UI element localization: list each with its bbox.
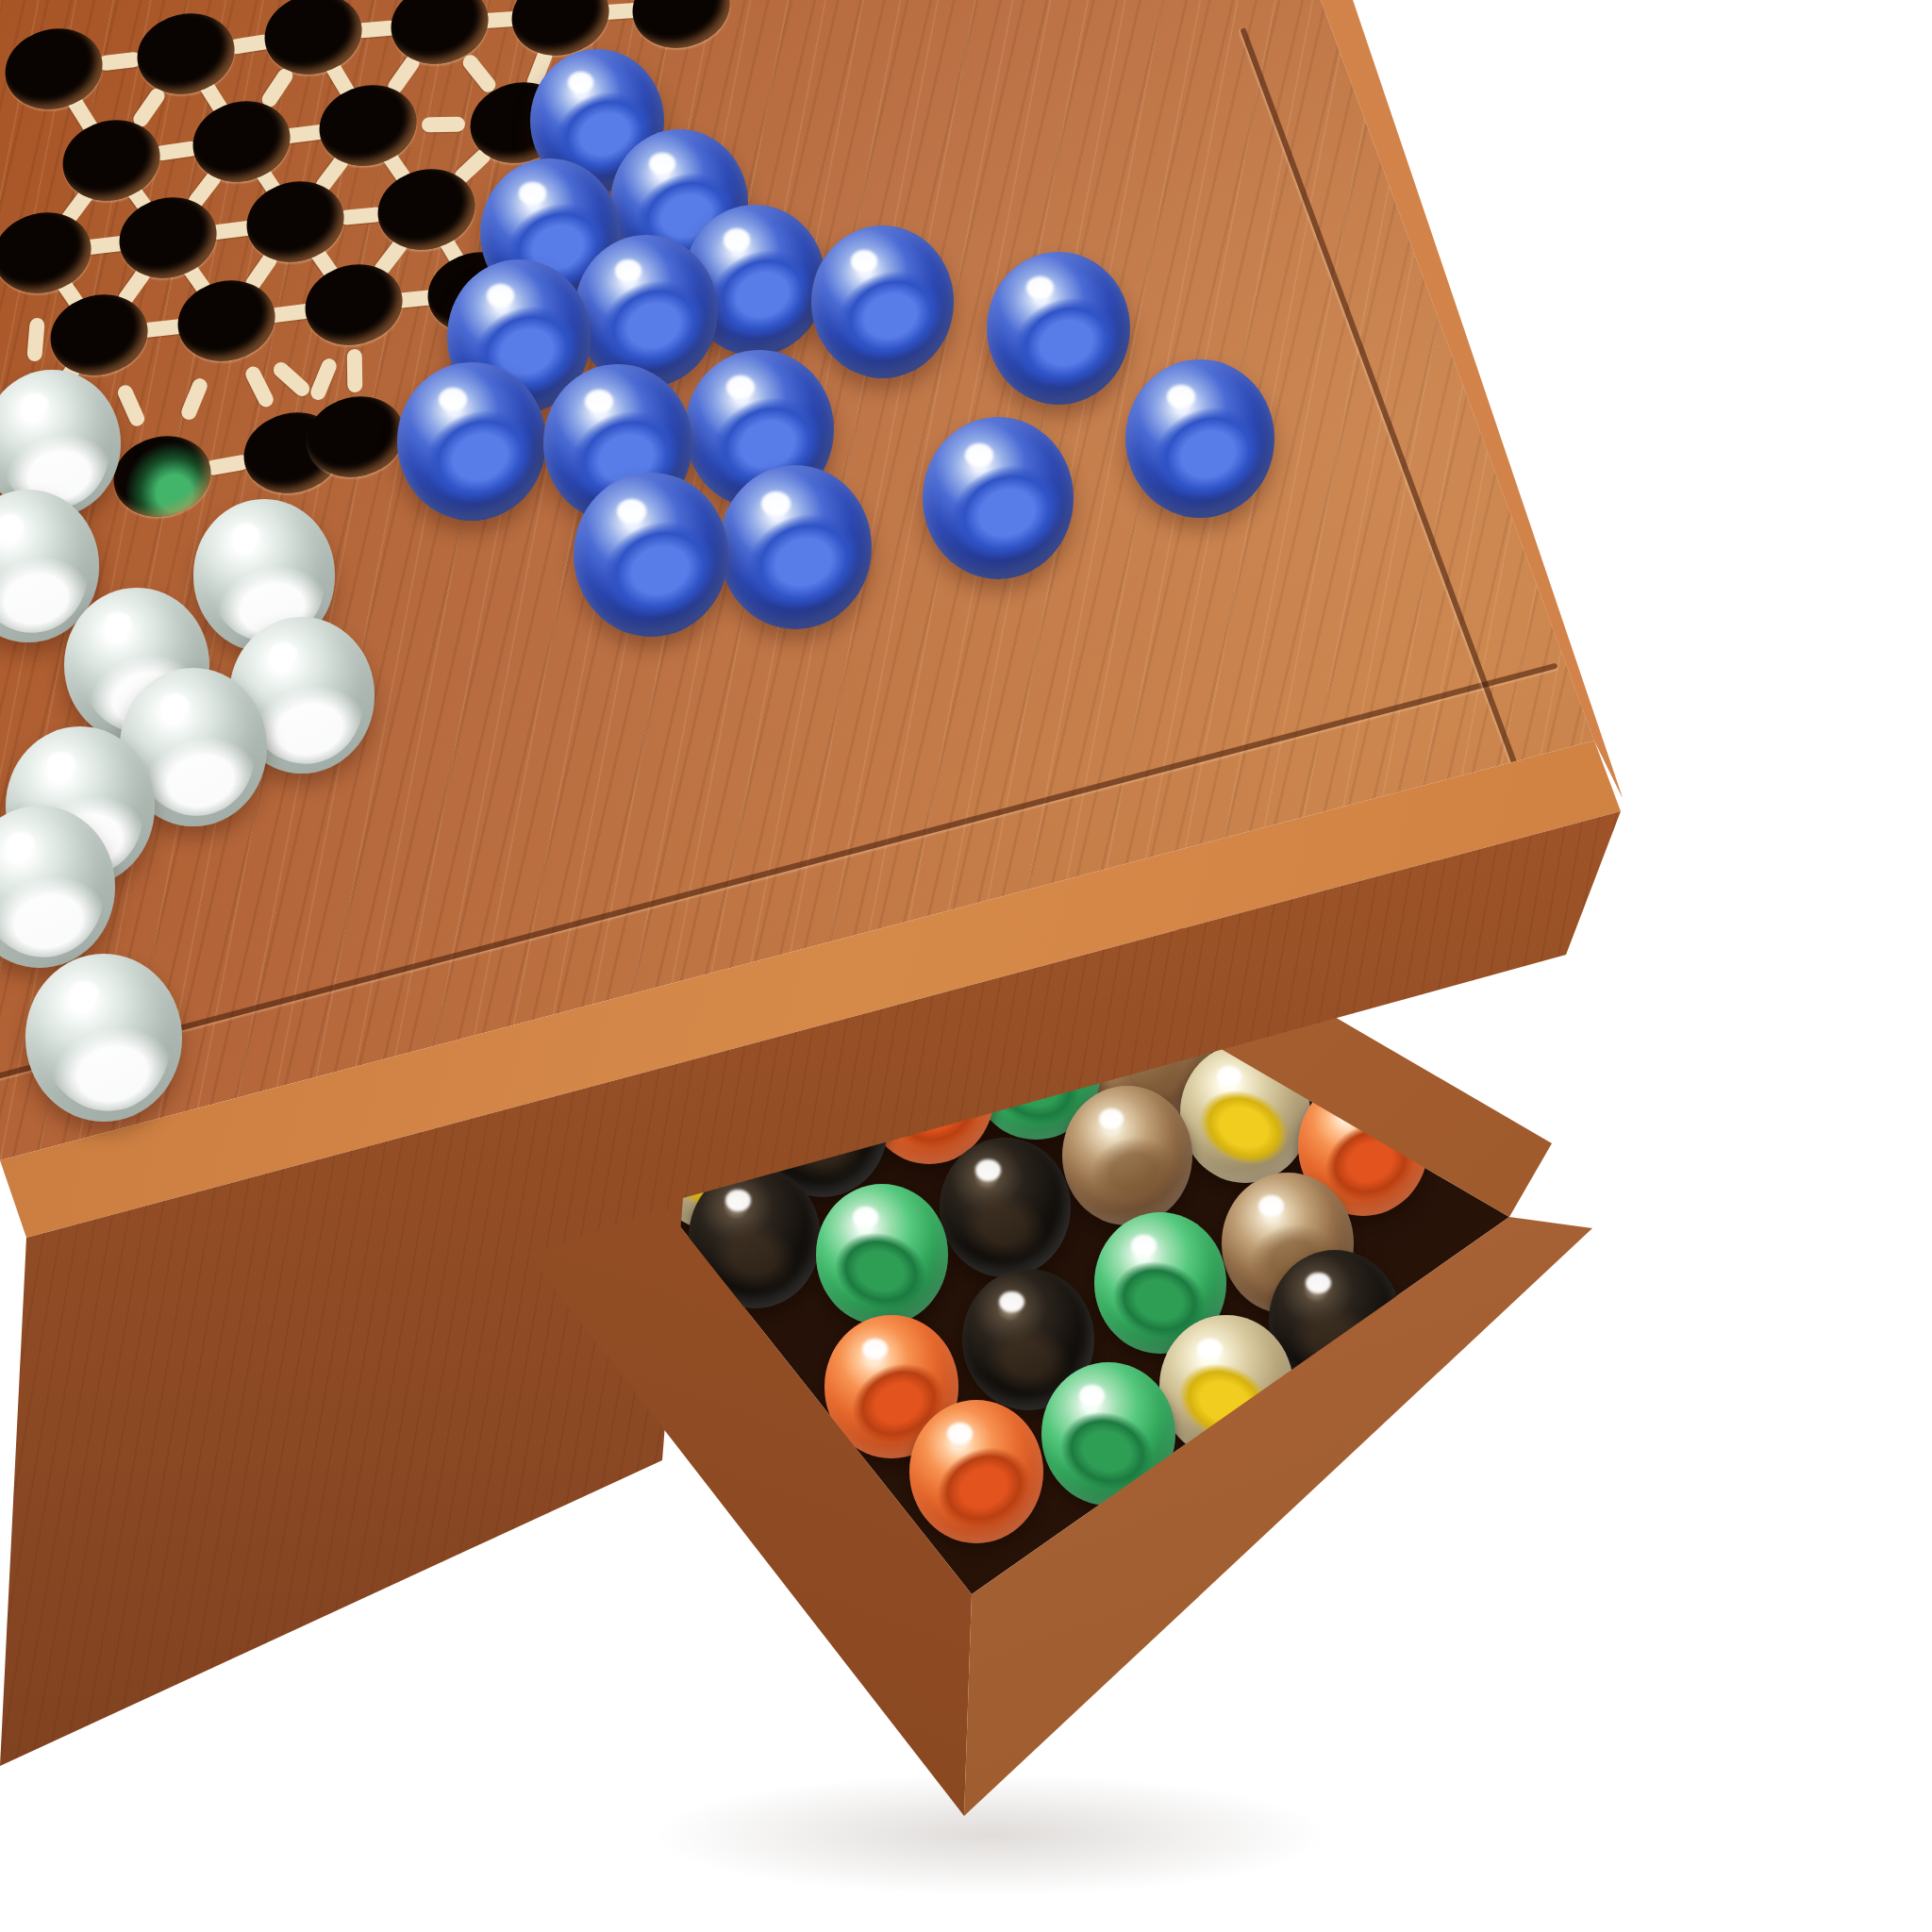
marble-blue[interactable] bbox=[811, 225, 954, 378]
board-marbles bbox=[0, 0, 1932, 1932]
marble-blue[interactable] bbox=[575, 235, 717, 388]
marble-blue[interactable] bbox=[923, 417, 1074, 579]
marble-blue[interactable] bbox=[987, 252, 1130, 406]
scene bbox=[0, 0, 1932, 1932]
marble-blue[interactable] bbox=[397, 362, 546, 522]
marble-blue[interactable] bbox=[719, 465, 873, 629]
marble-blue[interactable] bbox=[574, 473, 727, 637]
marble-clear[interactable] bbox=[25, 954, 182, 1121]
marble-blue[interactable] bbox=[1125, 359, 1274, 519]
